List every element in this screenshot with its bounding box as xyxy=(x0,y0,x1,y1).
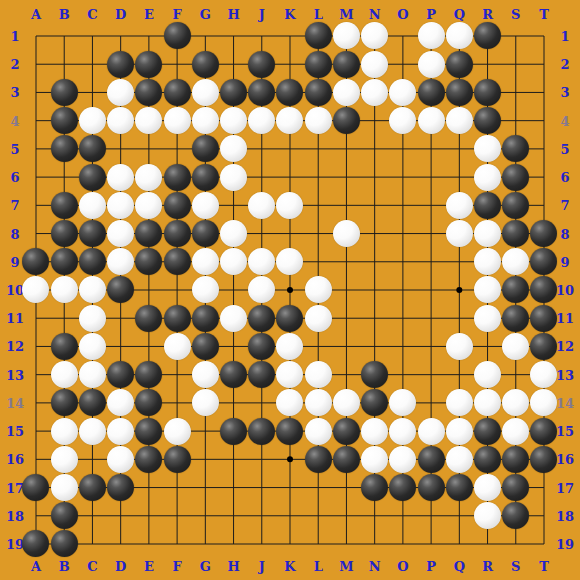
intersection-H15[interactable] xyxy=(219,417,247,445)
intersection-S17[interactable] xyxy=(502,473,530,501)
intersection-N6[interactable] xyxy=(361,163,389,191)
intersection-B17[interactable] xyxy=(50,473,78,501)
intersection-K6[interactable] xyxy=(276,163,304,191)
intersection-K4[interactable] xyxy=(276,107,304,135)
intersection-M2[interactable] xyxy=(332,50,360,78)
intersection-J6[interactable] xyxy=(248,163,276,191)
intersection-L6[interactable] xyxy=(304,163,332,191)
intersection-K5[interactable] xyxy=(276,135,304,163)
intersection-H17[interactable] xyxy=(219,473,247,501)
intersection-A15[interactable] xyxy=(22,417,50,445)
intersection-L2[interactable] xyxy=(304,50,332,78)
intersection-G10[interactable] xyxy=(191,276,219,304)
intersection-P2[interactable] xyxy=(417,50,445,78)
intersection-J17[interactable] xyxy=(248,473,276,501)
intersection-O16[interactable] xyxy=(389,445,417,473)
intersection-N19[interactable] xyxy=(361,530,389,558)
intersection-E13[interactable] xyxy=(135,361,163,389)
intersection-H3[interactable] xyxy=(219,78,247,106)
intersection-K3[interactable] xyxy=(276,78,304,106)
intersection-A2[interactable] xyxy=(22,50,50,78)
intersection-P18[interactable] xyxy=(417,502,445,530)
intersection-L7[interactable] xyxy=(304,191,332,219)
intersection-C8[interactable] xyxy=(78,219,106,247)
intersection-C12[interactable] xyxy=(78,332,106,360)
intersection-S16[interactable] xyxy=(502,445,530,473)
intersection-L17[interactable] xyxy=(304,473,332,501)
intersection-J5[interactable] xyxy=(248,135,276,163)
intersection-C9[interactable] xyxy=(78,248,106,276)
intersection-Q16[interactable] xyxy=(445,445,473,473)
intersection-F3[interactable] xyxy=(163,78,191,106)
intersection-E14[interactable] xyxy=(135,389,163,417)
intersection-J19[interactable] xyxy=(248,530,276,558)
intersection-L18[interactable] xyxy=(304,502,332,530)
intersection-F8[interactable] xyxy=(163,219,191,247)
intersection-C1[interactable] xyxy=(78,22,106,50)
intersection-K11[interactable] xyxy=(276,304,304,332)
intersection-K9[interactable] xyxy=(276,248,304,276)
intersection-C10[interactable] xyxy=(78,276,106,304)
intersection-R19[interactable] xyxy=(473,530,501,558)
intersection-T16[interactable] xyxy=(530,445,558,473)
intersection-C7[interactable] xyxy=(78,191,106,219)
intersection-D7[interactable] xyxy=(107,191,135,219)
intersection-K12[interactable] xyxy=(276,332,304,360)
intersection-F19[interactable] xyxy=(163,530,191,558)
intersection-M15[interactable] xyxy=(332,417,360,445)
intersection-E10[interactable] xyxy=(135,276,163,304)
intersection-D12[interactable] xyxy=(107,332,135,360)
intersection-N5[interactable] xyxy=(361,135,389,163)
intersection-E11[interactable] xyxy=(135,304,163,332)
intersection-G15[interactable] xyxy=(191,417,219,445)
intersection-D1[interactable] xyxy=(107,22,135,50)
intersection-M1[interactable] xyxy=(332,22,360,50)
intersection-E12[interactable] xyxy=(135,332,163,360)
intersection-M14[interactable] xyxy=(332,389,360,417)
intersection-L13[interactable] xyxy=(304,361,332,389)
intersection-K2[interactable] xyxy=(276,50,304,78)
intersection-B14[interactable] xyxy=(50,389,78,417)
intersection-F14[interactable] xyxy=(163,389,191,417)
intersection-M16[interactable] xyxy=(332,445,360,473)
intersection-T10[interactable] xyxy=(530,276,558,304)
intersection-A10[interactable] xyxy=(22,276,50,304)
intersection-E17[interactable] xyxy=(135,473,163,501)
intersection-R17[interactable] xyxy=(473,473,501,501)
intersection-F6[interactable] xyxy=(163,163,191,191)
intersection-S2[interactable] xyxy=(502,50,530,78)
intersection-P3[interactable] xyxy=(417,78,445,106)
intersection-T17[interactable] xyxy=(530,473,558,501)
intersection-H2[interactable] xyxy=(219,50,247,78)
intersection-O17[interactable] xyxy=(389,473,417,501)
intersection-H19[interactable] xyxy=(219,530,247,558)
intersection-P13[interactable] xyxy=(417,361,445,389)
intersection-D14[interactable] xyxy=(107,389,135,417)
intersection-P12[interactable] xyxy=(417,332,445,360)
intersection-J11[interactable] xyxy=(248,304,276,332)
intersection-K16[interactable] xyxy=(276,445,304,473)
intersection-C15[interactable] xyxy=(78,417,106,445)
intersection-S15[interactable] xyxy=(502,417,530,445)
intersection-T12[interactable] xyxy=(530,332,558,360)
intersection-G9[interactable] xyxy=(191,248,219,276)
intersection-O4[interactable] xyxy=(389,107,417,135)
intersection-R16[interactable] xyxy=(473,445,501,473)
intersection-L16[interactable] xyxy=(304,445,332,473)
intersection-M8[interactable] xyxy=(332,219,360,247)
intersection-L5[interactable] xyxy=(304,135,332,163)
intersection-R10[interactable] xyxy=(473,276,501,304)
intersection-N7[interactable] xyxy=(361,191,389,219)
intersection-P5[interactable] xyxy=(417,135,445,163)
intersection-T6[interactable] xyxy=(530,163,558,191)
intersection-M10[interactable] xyxy=(332,276,360,304)
intersection-J14[interactable] xyxy=(248,389,276,417)
intersection-K1[interactable] xyxy=(276,22,304,50)
intersection-Q17[interactable] xyxy=(445,473,473,501)
intersection-F16[interactable] xyxy=(163,445,191,473)
intersection-N1[interactable] xyxy=(361,22,389,50)
intersection-G2[interactable] xyxy=(191,50,219,78)
intersection-J15[interactable] xyxy=(248,417,276,445)
intersection-S13[interactable] xyxy=(502,361,530,389)
intersection-K13[interactable] xyxy=(276,361,304,389)
intersection-A18[interactable] xyxy=(22,502,50,530)
intersection-G11[interactable] xyxy=(191,304,219,332)
intersection-R7[interactable] xyxy=(473,191,501,219)
intersection-Q2[interactable] xyxy=(445,50,473,78)
intersection-F5[interactable] xyxy=(163,135,191,163)
intersection-G3[interactable] xyxy=(191,78,219,106)
intersection-D11[interactable] xyxy=(107,304,135,332)
intersection-R13[interactable] xyxy=(473,361,501,389)
intersection-R4[interactable] xyxy=(473,107,501,135)
intersection-N10[interactable] xyxy=(361,276,389,304)
intersection-E16[interactable] xyxy=(135,445,163,473)
intersection-S8[interactable] xyxy=(502,219,530,247)
intersection-R6[interactable] xyxy=(473,163,501,191)
intersection-F12[interactable] xyxy=(163,332,191,360)
intersection-L1[interactable] xyxy=(304,22,332,50)
intersection-T9[interactable] xyxy=(530,248,558,276)
intersection-A4[interactable] xyxy=(22,107,50,135)
intersection-B4[interactable] xyxy=(50,107,78,135)
intersection-Q11[interactable] xyxy=(445,304,473,332)
intersection-E3[interactable] xyxy=(135,78,163,106)
intersection-N2[interactable] xyxy=(361,50,389,78)
intersection-B13[interactable] xyxy=(50,361,78,389)
intersection-D8[interactable] xyxy=(107,219,135,247)
intersection-K14[interactable] xyxy=(276,389,304,417)
intersection-N18[interactable] xyxy=(361,502,389,530)
intersection-E8[interactable] xyxy=(135,219,163,247)
intersection-L12[interactable] xyxy=(304,332,332,360)
intersection-S5[interactable] xyxy=(502,135,530,163)
intersection-Q14[interactable] xyxy=(445,389,473,417)
intersection-G12[interactable] xyxy=(191,332,219,360)
intersection-J12[interactable] xyxy=(248,332,276,360)
intersection-N9[interactable] xyxy=(361,248,389,276)
intersection-Q4[interactable] xyxy=(445,107,473,135)
intersection-G19[interactable] xyxy=(191,530,219,558)
intersection-K8[interactable] xyxy=(276,219,304,247)
intersection-L8[interactable] xyxy=(304,219,332,247)
intersection-P16[interactable] xyxy=(417,445,445,473)
intersection-E18[interactable] xyxy=(135,502,163,530)
intersection-F13[interactable] xyxy=(163,361,191,389)
intersection-M19[interactable] xyxy=(332,530,360,558)
intersection-G16[interactable] xyxy=(191,445,219,473)
intersection-J2[interactable] xyxy=(248,50,276,78)
intersection-O2[interactable] xyxy=(389,50,417,78)
intersection-N15[interactable] xyxy=(361,417,389,445)
intersection-J18[interactable] xyxy=(248,502,276,530)
intersection-Q8[interactable] xyxy=(445,219,473,247)
intersection-S11[interactable] xyxy=(502,304,530,332)
intersection-P10[interactable] xyxy=(417,276,445,304)
intersection-O14[interactable] xyxy=(389,389,417,417)
intersection-D4[interactable] xyxy=(107,107,135,135)
intersection-D9[interactable] xyxy=(107,248,135,276)
intersection-B6[interactable] xyxy=(50,163,78,191)
intersection-M3[interactable] xyxy=(332,78,360,106)
intersection-O8[interactable] xyxy=(389,219,417,247)
intersection-N8[interactable] xyxy=(361,219,389,247)
intersection-P1[interactable] xyxy=(417,22,445,50)
intersection-Q10[interactable] xyxy=(445,276,473,304)
intersection-A6[interactable] xyxy=(22,163,50,191)
intersection-C3[interactable] xyxy=(78,78,106,106)
intersection-H10[interactable] xyxy=(219,276,247,304)
intersection-R9[interactable] xyxy=(473,248,501,276)
intersection-A7[interactable] xyxy=(22,191,50,219)
intersection-S14[interactable] xyxy=(502,389,530,417)
intersection-H7[interactable] xyxy=(219,191,247,219)
intersection-S10[interactable] xyxy=(502,276,530,304)
intersection-C2[interactable] xyxy=(78,50,106,78)
intersection-P17[interactable] xyxy=(417,473,445,501)
intersection-F10[interactable] xyxy=(163,276,191,304)
intersection-R3[interactable] xyxy=(473,78,501,106)
intersection-D17[interactable] xyxy=(107,473,135,501)
intersection-S18[interactable] xyxy=(502,502,530,530)
intersection-P15[interactable] xyxy=(417,417,445,445)
intersection-C17[interactable] xyxy=(78,473,106,501)
intersection-H6[interactable] xyxy=(219,163,247,191)
intersection-G7[interactable] xyxy=(191,191,219,219)
intersection-T1[interactable] xyxy=(530,22,558,50)
intersection-L3[interactable] xyxy=(304,78,332,106)
intersection-M13[interactable] xyxy=(332,361,360,389)
intersection-B1[interactable] xyxy=(50,22,78,50)
intersection-Q19[interactable] xyxy=(445,530,473,558)
intersection-B18[interactable] xyxy=(50,502,78,530)
intersection-E7[interactable] xyxy=(135,191,163,219)
intersection-S1[interactable] xyxy=(502,22,530,50)
intersection-E15[interactable] xyxy=(135,417,163,445)
intersection-L14[interactable] xyxy=(304,389,332,417)
intersection-L4[interactable] xyxy=(304,107,332,135)
intersection-R12[interactable] xyxy=(473,332,501,360)
intersection-C14[interactable] xyxy=(78,389,106,417)
intersection-T7[interactable] xyxy=(530,191,558,219)
intersection-C16[interactable] xyxy=(78,445,106,473)
intersection-T3[interactable] xyxy=(530,78,558,106)
intersection-H13[interactable] xyxy=(219,361,247,389)
intersection-N11[interactable] xyxy=(361,304,389,332)
intersection-B19[interactable] xyxy=(50,530,78,558)
intersection-H1[interactable] xyxy=(219,22,247,50)
intersection-E5[interactable] xyxy=(135,135,163,163)
intersection-L11[interactable] xyxy=(304,304,332,332)
intersection-M17[interactable] xyxy=(332,473,360,501)
intersection-K17[interactable] xyxy=(276,473,304,501)
intersection-N16[interactable] xyxy=(361,445,389,473)
intersection-C6[interactable] xyxy=(78,163,106,191)
intersection-J13[interactable] xyxy=(248,361,276,389)
intersection-A8[interactable] xyxy=(22,219,50,247)
intersection-A11[interactable] xyxy=(22,304,50,332)
intersection-T5[interactable] xyxy=(530,135,558,163)
intersection-D13[interactable] xyxy=(107,361,135,389)
intersection-Q18[interactable] xyxy=(445,502,473,530)
intersection-T13[interactable] xyxy=(530,361,558,389)
intersection-P19[interactable] xyxy=(417,530,445,558)
intersection-A5[interactable] xyxy=(22,135,50,163)
intersection-O1[interactable] xyxy=(389,22,417,50)
intersection-N17[interactable] xyxy=(361,473,389,501)
intersection-F11[interactable] xyxy=(163,304,191,332)
intersection-D3[interactable] xyxy=(107,78,135,106)
intersection-T8[interactable] xyxy=(530,219,558,247)
intersection-T18[interactable] xyxy=(530,502,558,530)
intersection-N12[interactable] xyxy=(361,332,389,360)
intersection-R11[interactable] xyxy=(473,304,501,332)
intersection-F1[interactable] xyxy=(163,22,191,50)
intersection-Q9[interactable] xyxy=(445,248,473,276)
intersection-K18[interactable] xyxy=(276,502,304,530)
intersection-Q5[interactable] xyxy=(445,135,473,163)
intersection-O11[interactable] xyxy=(389,304,417,332)
intersection-B16[interactable] xyxy=(50,445,78,473)
intersection-G8[interactable] xyxy=(191,219,219,247)
intersection-L9[interactable] xyxy=(304,248,332,276)
intersection-G14[interactable] xyxy=(191,389,219,417)
intersection-H12[interactable] xyxy=(219,332,247,360)
intersection-M9[interactable] xyxy=(332,248,360,276)
intersection-H14[interactable] xyxy=(219,389,247,417)
intersection-P9[interactable] xyxy=(417,248,445,276)
intersection-S7[interactable] xyxy=(502,191,530,219)
intersection-G17[interactable] xyxy=(191,473,219,501)
intersection-G18[interactable] xyxy=(191,502,219,530)
intersection-A12[interactable] xyxy=(22,332,50,360)
intersection-E6[interactable] xyxy=(135,163,163,191)
intersection-O12[interactable] xyxy=(389,332,417,360)
intersection-B8[interactable] xyxy=(50,219,78,247)
intersection-D2[interactable] xyxy=(107,50,135,78)
intersection-B15[interactable] xyxy=(50,417,78,445)
intersection-B11[interactable] xyxy=(50,304,78,332)
intersection-D10[interactable] xyxy=(107,276,135,304)
intersection-J16[interactable] xyxy=(248,445,276,473)
intersection-N13[interactable] xyxy=(361,361,389,389)
intersection-L15[interactable] xyxy=(304,417,332,445)
intersection-H11[interactable] xyxy=(219,304,247,332)
intersection-A9[interactable] xyxy=(22,248,50,276)
intersection-C4[interactable] xyxy=(78,107,106,135)
intersection-F7[interactable] xyxy=(163,191,191,219)
intersection-O15[interactable] xyxy=(389,417,417,445)
intersection-Q3[interactable] xyxy=(445,78,473,106)
intersection-H5[interactable] xyxy=(219,135,247,163)
intersection-B9[interactable] xyxy=(50,248,78,276)
intersection-A17[interactable] xyxy=(22,473,50,501)
intersection-F9[interactable] xyxy=(163,248,191,276)
intersection-O3[interactable] xyxy=(389,78,417,106)
intersection-L19[interactable] xyxy=(304,530,332,558)
intersection-J4[interactable] xyxy=(248,107,276,135)
intersection-O13[interactable] xyxy=(389,361,417,389)
intersection-D15[interactable] xyxy=(107,417,135,445)
intersection-J3[interactable] xyxy=(248,78,276,106)
intersection-E2[interactable] xyxy=(135,50,163,78)
intersection-P8[interactable] xyxy=(417,219,445,247)
intersection-C18[interactable] xyxy=(78,502,106,530)
intersection-R2[interactable] xyxy=(473,50,501,78)
intersection-M4[interactable] xyxy=(332,107,360,135)
intersection-P4[interactable] xyxy=(417,107,445,135)
intersection-J7[interactable] xyxy=(248,191,276,219)
intersection-S19[interactable] xyxy=(502,530,530,558)
intersection-F18[interactable] xyxy=(163,502,191,530)
intersection-E4[interactable] xyxy=(135,107,163,135)
intersection-Q6[interactable] xyxy=(445,163,473,191)
intersection-F17[interactable] xyxy=(163,473,191,501)
intersection-C13[interactable] xyxy=(78,361,106,389)
intersection-M18[interactable] xyxy=(332,502,360,530)
intersection-S9[interactable] xyxy=(502,248,530,276)
intersection-R18[interactable] xyxy=(473,502,501,530)
intersection-O9[interactable] xyxy=(389,248,417,276)
intersection-T19[interactable] xyxy=(530,530,558,558)
intersection-S12[interactable] xyxy=(502,332,530,360)
intersection-R14[interactable] xyxy=(473,389,501,417)
intersection-R15[interactable] xyxy=(473,417,501,445)
intersection-O18[interactable] xyxy=(389,502,417,530)
intersection-R5[interactable] xyxy=(473,135,501,163)
intersection-M5[interactable] xyxy=(332,135,360,163)
intersection-P14[interactable] xyxy=(417,389,445,417)
intersection-L10[interactable] xyxy=(304,276,332,304)
intersection-K19[interactable] xyxy=(276,530,304,558)
intersection-G13[interactable] xyxy=(191,361,219,389)
intersection-D16[interactable] xyxy=(107,445,135,473)
intersection-A14[interactable] xyxy=(22,389,50,417)
intersection-S4[interactable] xyxy=(502,107,530,135)
intersection-Q1[interactable] xyxy=(445,22,473,50)
intersection-H9[interactable] xyxy=(219,248,247,276)
intersection-A19[interactable] xyxy=(22,530,50,558)
intersection-H18[interactable] xyxy=(219,502,247,530)
intersection-J1[interactable] xyxy=(248,22,276,50)
intersection-N14[interactable] xyxy=(361,389,389,417)
intersection-R1[interactable] xyxy=(473,22,501,50)
intersection-D18[interactable] xyxy=(107,502,135,530)
